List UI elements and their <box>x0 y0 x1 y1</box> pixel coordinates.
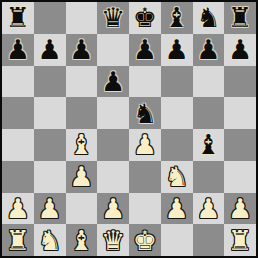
white-pawn[interactable]: ♟ <box>228 193 252 224</box>
square-e6[interactable] <box>129 66 161 98</box>
black-queen[interactable]: ♛ <box>101 2 125 33</box>
white-rook[interactable]: ♜ <box>228 225 252 256</box>
square-b1[interactable]: ♞ <box>34 224 66 256</box>
black-pawn[interactable]: ♟ <box>38 34 62 65</box>
white-pawn[interactable]: ♟ <box>165 193 189 224</box>
white-knight[interactable]: ♞ <box>38 225 62 256</box>
square-g6[interactable] <box>193 66 225 98</box>
square-a5[interactable] <box>2 97 34 129</box>
black-pawn[interactable]: ♟ <box>196 34 220 65</box>
black-pawn[interactable]: ♟ <box>101 66 125 97</box>
square-a2[interactable]: ♟ <box>2 193 34 225</box>
black-rook[interactable]: ♜ <box>228 2 252 33</box>
square-f1[interactable] <box>161 224 193 256</box>
white-pawn[interactable]: ♟ <box>196 193 220 224</box>
square-f6[interactable] <box>161 66 193 98</box>
white-queen[interactable]: ♛ <box>101 225 125 256</box>
square-c3[interactable]: ♟ <box>66 161 98 193</box>
white-bishop[interactable]: ♝ <box>69 129 93 160</box>
square-a6[interactable] <box>2 66 34 98</box>
square-g7[interactable]: ♟ <box>193 34 225 66</box>
square-b2[interactable]: ♟ <box>34 193 66 225</box>
square-e7[interactable]: ♟ <box>129 34 161 66</box>
square-e8[interactable]: ♚ <box>129 2 161 34</box>
square-e4[interactable]: ♟ <box>129 129 161 161</box>
square-c6[interactable] <box>66 66 98 98</box>
square-d8[interactable]: ♛ <box>97 2 129 34</box>
square-b7[interactable]: ♟ <box>34 34 66 66</box>
square-f2[interactable]: ♟ <box>161 193 193 225</box>
black-bishop[interactable]: ♝ <box>196 129 220 160</box>
black-rook[interactable]: ♜ <box>6 2 30 33</box>
square-c8[interactable] <box>66 2 98 34</box>
square-a7[interactable]: ♟ <box>2 34 34 66</box>
square-g8[interactable]: ♞ <box>193 2 225 34</box>
square-e5[interactable]: ♞ <box>129 97 161 129</box>
square-c7[interactable]: ♟ <box>66 34 98 66</box>
square-a4[interactable] <box>2 129 34 161</box>
square-g5[interactable] <box>193 97 225 129</box>
white-pawn[interactable]: ♟ <box>133 129 157 160</box>
white-bishop[interactable]: ♝ <box>69 225 93 256</box>
black-pawn[interactable]: ♟ <box>6 34 30 65</box>
square-d3[interactable] <box>97 161 129 193</box>
black-pawn[interactable]: ♟ <box>165 34 189 65</box>
chess-board-frame: ♜♛♚♝♞♜♟♟♟♟♟♟♟♟♞♝♟♝♟♞♟♟♟♟♟♟♜♞♝♛♚♜ <box>0 0 258 258</box>
square-b3[interactable] <box>34 161 66 193</box>
white-king[interactable]: ♚ <box>133 225 157 256</box>
square-d4[interactable] <box>97 129 129 161</box>
black-knight[interactable]: ♞ <box>133 98 157 129</box>
black-pawn[interactable]: ♟ <box>228 34 252 65</box>
square-f7[interactable]: ♟ <box>161 34 193 66</box>
square-g1[interactable] <box>193 224 225 256</box>
square-g2[interactable]: ♟ <box>193 193 225 225</box>
square-b4[interactable] <box>34 129 66 161</box>
chess-board: ♜♛♚♝♞♜♟♟♟♟♟♟♟♟♞♝♟♝♟♞♟♟♟♟♟♟♜♞♝♛♚♜ <box>2 2 256 256</box>
square-b5[interactable] <box>34 97 66 129</box>
square-f8[interactable]: ♝ <box>161 2 193 34</box>
square-e3[interactable] <box>129 161 161 193</box>
square-a1[interactable]: ♜ <box>2 224 34 256</box>
square-d6[interactable]: ♟ <box>97 66 129 98</box>
square-c2[interactable] <box>66 193 98 225</box>
square-h1[interactable]: ♜ <box>224 224 256 256</box>
white-pawn[interactable]: ♟ <box>38 193 62 224</box>
square-b8[interactable] <box>34 2 66 34</box>
square-c1[interactable]: ♝ <box>66 224 98 256</box>
square-f4[interactable] <box>161 129 193 161</box>
black-king[interactable]: ♚ <box>133 2 157 33</box>
square-h4[interactable] <box>224 129 256 161</box>
black-pawn[interactable]: ♟ <box>133 34 157 65</box>
square-h3[interactable] <box>224 161 256 193</box>
square-a8[interactable]: ♜ <box>2 2 34 34</box>
square-h8[interactable]: ♜ <box>224 2 256 34</box>
square-c5[interactable] <box>66 97 98 129</box>
square-f5[interactable] <box>161 97 193 129</box>
square-g4[interactable]: ♝ <box>193 129 225 161</box>
square-h6[interactable] <box>224 66 256 98</box>
black-knight[interactable]: ♞ <box>196 2 220 33</box>
black-bishop[interactable]: ♝ <box>165 2 189 33</box>
square-d5[interactable] <box>97 97 129 129</box>
square-g3[interactable] <box>193 161 225 193</box>
white-pawn[interactable]: ♟ <box>6 193 30 224</box>
square-h7[interactable]: ♟ <box>224 34 256 66</box>
square-e2[interactable] <box>129 193 161 225</box>
square-d2[interactable]: ♟ <box>97 193 129 225</box>
black-pawn[interactable]: ♟ <box>69 34 93 65</box>
white-pawn[interactable]: ♟ <box>101 193 125 224</box>
square-b6[interactable] <box>34 66 66 98</box>
square-a3[interactable] <box>2 161 34 193</box>
square-h2[interactable]: ♟ <box>224 193 256 225</box>
square-c4[interactable]: ♝ <box>66 129 98 161</box>
white-rook[interactable]: ♜ <box>6 225 30 256</box>
white-knight[interactable]: ♞ <box>165 161 189 192</box>
square-f3[interactable]: ♞ <box>161 161 193 193</box>
white-pawn[interactable]: ♟ <box>69 161 93 192</box>
square-e1[interactable]: ♚ <box>129 224 161 256</box>
square-h5[interactable] <box>224 97 256 129</box>
square-d1[interactable]: ♛ <box>97 224 129 256</box>
square-d7[interactable] <box>97 34 129 66</box>
